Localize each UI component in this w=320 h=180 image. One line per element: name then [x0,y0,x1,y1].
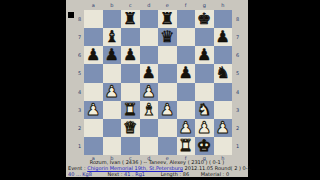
square-g5[interactable] [195,64,214,82]
square-e3[interactable]: ♟ [158,101,177,119]
rank-labels-right: 87654321 [234,10,241,155]
chess-board[interactable]: ♜♜♚♝♛♟♟♟♟♟♟♟♞♟♟♟♜♝♟♞♛♟♟♟♜♚ [84,10,232,155]
coord-label: 7 [76,28,83,46]
coord-label: 2 [234,119,241,137]
piece-white-pawn[interactable]: ♟ [179,119,193,137]
square-g3[interactable]: ♞ [195,101,214,119]
coord-label: c [121,2,140,9]
square-c2[interactable]: ♛ [121,119,140,137]
square-f1[interactable]: ♜ [177,137,196,155]
coord-label: g [195,2,214,9]
square-h2[interactable]: ♟ [214,119,233,137]
square-f3[interactable] [177,101,196,119]
square-e6[interactable] [158,46,177,64]
coord-label: 8 [76,10,83,28]
piece-white-pawn[interactable]: ♟ [86,101,100,119]
piece-black-pawn[interactable]: ♟ [123,46,137,64]
square-f6[interactable] [177,46,196,64]
piece-white-pawn[interactable]: ♟ [197,119,211,137]
side-to-move-indicator [68,12,74,18]
square-d3[interactable]: ♝ [140,101,159,119]
square-a8[interactable] [84,10,103,28]
square-h3[interactable] [214,101,233,119]
square-d8[interactable] [140,10,159,28]
square-d4[interactable]: ♟ [140,83,159,101]
piece-black-pawn[interactable]: ♟ [197,46,211,64]
square-d6[interactable] [140,46,159,64]
square-g2[interactable]: ♟ [195,119,214,137]
square-b8[interactable] [103,10,122,28]
coord-label: a [84,2,103,9]
square-f7[interactable] [177,28,196,46]
square-e8[interactable]: ♜ [158,10,177,28]
square-e2[interactable] [158,119,177,137]
piece-white-pawn[interactable]: ♟ [216,119,230,137]
square-h1[interactable] [214,137,233,155]
piece-black-queen[interactable]: ♛ [160,28,174,46]
square-a3[interactable]: ♟ [84,101,103,119]
square-g6[interactable]: ♟ [195,46,214,64]
square-c7[interactable] [121,28,140,46]
square-e7[interactable]: ♛ [158,28,177,46]
square-c1[interactable] [121,137,140,155]
piece-white-pawn[interactable]: ♟ [105,83,119,101]
piece-white-bishop[interactable]: ♝ [142,101,156,119]
coord-label: 5 [76,64,83,82]
piece-black-pawn[interactable]: ♟ [142,64,156,82]
square-f8[interactable] [177,10,196,28]
coord-label: 1 [76,137,83,155]
piece-black-bishop[interactable]: ♝ [105,28,119,46]
square-a5[interactable] [84,64,103,82]
square-a6[interactable]: ♟ [84,46,103,64]
square-c8[interactable]: ♜ [121,10,140,28]
square-h6[interactable] [214,46,233,64]
coord-label: 6 [76,46,83,64]
square-c3[interactable]: ♜ [121,101,140,119]
coord-label: f [177,2,196,9]
square-b5[interactable] [103,64,122,82]
piece-white-rook[interactable]: ♜ [179,137,193,155]
square-b4[interactable]: ♟ [103,83,122,101]
coord-label: 4 [76,83,83,101]
square-e5[interactable] [158,64,177,82]
square-c4[interactable] [121,83,140,101]
piece-white-queen[interactable]: ♛ [123,119,137,137]
square-b1[interactable] [103,137,122,155]
coord-label: 3 [234,101,241,119]
piece-white-knight[interactable]: ♞ [197,101,211,119]
square-f5[interactable]: ♟ [177,64,196,82]
piece-white-pawn[interactable]: ♟ [142,83,156,101]
square-a7[interactable] [84,28,103,46]
piece-black-pawn[interactable]: ♟ [216,28,230,46]
coord-label: 4 [234,83,241,101]
square-e4[interactable] [158,83,177,101]
coord-label: 2 [76,119,83,137]
piece-black-pawn[interactable]: ♟ [179,64,193,82]
square-g7[interactable] [195,28,214,46]
piece-black-rook[interactable]: ♜ [123,10,137,28]
coord-label: 7 [234,28,241,46]
piece-black-pawn[interactable]: ♟ [86,46,100,64]
square-b6[interactable]: ♟ [103,46,122,64]
square-b2[interactable] [103,119,122,137]
piece-black-rook[interactable]: ♜ [160,10,174,28]
square-d1[interactable] [140,137,159,155]
coord-label: 6 [234,46,241,64]
square-a1[interactable] [84,137,103,155]
square-e1[interactable] [158,137,177,155]
coord-label: b [103,2,122,9]
square-a4[interactable] [84,83,103,101]
coord-label: h [214,2,233,9]
square-d7[interactable] [140,28,159,46]
rank-labels-left: 87654321 [76,10,83,155]
square-f2[interactable]: ♟ [177,119,196,137]
bottom-black-strip [0,177,320,180]
square-h5[interactable]: ♞ [214,64,233,82]
square-h8[interactable] [214,10,233,28]
square-h4[interactable] [214,83,233,101]
square-g4[interactable] [195,83,214,101]
square-b7[interactable]: ♝ [103,28,122,46]
piece-white-pawn[interactable]: ♟ [160,101,174,119]
square-b3[interactable] [103,101,122,119]
square-d5[interactable]: ♟ [140,64,159,82]
square-c5[interactable] [121,64,140,82]
square-d2[interactable] [140,119,159,137]
coord-label: 5 [234,64,241,82]
file-labels-top: abcdefgh [84,2,232,9]
game-viewer-panel: abcdefgh 87654321 ♜♜♚♝♛♟♟♟♟♟♟♟♞♟♟♟♜♝♟♞♛♟… [66,0,248,177]
coord-label: 8 [234,10,241,28]
coord-label: e [158,2,177,9]
piece-black-knight[interactable]: ♞ [216,64,230,82]
piece-black-pawn[interactable]: ♟ [105,46,119,64]
coord-label: d [140,2,159,9]
piece-black-king[interactable]: ♚ [197,10,211,28]
square-g8[interactable]: ♚ [195,10,214,28]
square-g1[interactable]: ♚ [195,137,214,155]
coord-label: 1 [234,137,241,155]
square-a2[interactable] [84,119,103,137]
square-f4[interactable] [177,83,196,101]
coord-label: 3 [76,101,83,119]
piece-white-king[interactable]: ♚ [197,137,211,155]
square-h7[interactable]: ♟ [214,28,233,46]
square-c6[interactable]: ♟ [121,46,140,64]
piece-white-rook[interactable]: ♜ [123,101,137,119]
